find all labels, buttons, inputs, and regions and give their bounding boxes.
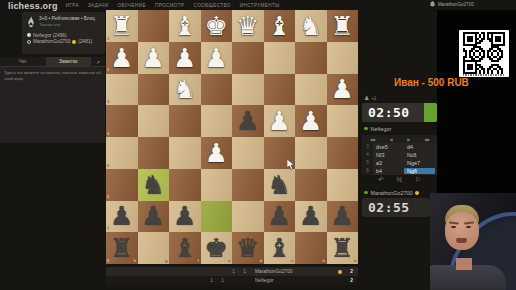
square-b8[interactable]: b bbox=[295, 232, 327, 264]
piece-black-pawn[interactable]: ♟ bbox=[142, 203, 165, 229]
material-row: ♟ +1 bbox=[362, 94, 437, 102]
square-f4[interactable] bbox=[169, 105, 201, 137]
square-a5[interactable] bbox=[327, 137, 359, 169]
coord-file: f bbox=[198, 259, 199, 263]
square-a7[interactable]: ♟ bbox=[327, 201, 359, 233]
square-e2[interactable]: ♟ bbox=[201, 42, 233, 74]
tab-chat[interactable]: Чат bbox=[0, 57, 46, 66]
piece-black-pawn[interactable]: ♟ bbox=[110, 203, 133, 229]
crosstable-player-name[interactable]: MarathonGo2700 bbox=[250, 269, 338, 274]
move-white[interactable]: dxe5 bbox=[373, 144, 404, 150]
square-f7[interactable]: ♟ bbox=[169, 201, 201, 233]
move-black[interactable]: Ng6 bbox=[404, 168, 435, 174]
move-white[interactable]: b4 bbox=[373, 168, 404, 174]
square-h7[interactable]: ♟7 bbox=[106, 201, 138, 233]
piece-black-knight[interactable]: ♞ bbox=[142, 172, 165, 198]
square-h3[interactable]: 3 bbox=[106, 74, 138, 106]
square-c3[interactable] bbox=[264, 74, 296, 106]
black-player-rating: (2481) bbox=[78, 39, 92, 44]
piece-white-knight[interactable]: ♞ bbox=[173, 76, 196, 102]
square-b1[interactable]: ♞ bbox=[295, 10, 327, 42]
square-g2[interactable]: ♟ bbox=[138, 42, 170, 74]
menu-item-обучение[interactable]: ОБУЧЕНИЕ bbox=[118, 3, 146, 8]
coord-file: d bbox=[259, 259, 262, 263]
lichess-page: lichess.org ИГРАЗАДАЧИОБУЧЕНИЕПРОСМОТРСО… bbox=[0, 0, 516, 290]
square-b3[interactable] bbox=[295, 74, 327, 106]
piece-black-pawn[interactable]: ♟ bbox=[236, 108, 259, 134]
move-black[interactable]: Nc6 bbox=[404, 152, 435, 158]
coord-file: g bbox=[165, 259, 168, 263]
square-g5[interactable] bbox=[138, 137, 170, 169]
crosstable-row[interactable]: 11MarathonGo27002 bbox=[106, 267, 358, 276]
square-h4[interactable]: 4 bbox=[106, 105, 138, 137]
game-result[interactable]: 1 bbox=[206, 278, 217, 283]
black-clock: 02:55 bbox=[362, 198, 430, 217]
square-a2[interactable] bbox=[327, 42, 359, 74]
bottom-player-name[interactable]: MarathonGo2700 bbox=[371, 190, 413, 196]
square-b4[interactable]: ♟ bbox=[295, 105, 327, 137]
tab-notes[interactable]: Заметки bbox=[46, 57, 92, 66]
square-a6[interactable] bbox=[327, 169, 359, 201]
move-nav-prev[interactable]: ◀ bbox=[390, 137, 392, 142]
coord-rank: 3 bbox=[107, 100, 109, 104]
coord-rank: 4 bbox=[107, 132, 109, 136]
piece-white-pawn[interactable]: ♟ bbox=[299, 108, 322, 134]
takeback-button[interactable]: ↶ bbox=[378, 177, 383, 184]
bottom-player-row: MarathonGo2700 bbox=[362, 188, 437, 197]
move-black[interactable]: Nge7 bbox=[404, 160, 435, 166]
notes-input[interactable]: Здесь вы можете оставлять личные заметки… bbox=[0, 67, 105, 85]
move-row: 3dxe5d4 bbox=[362, 143, 437, 151]
piece-white-knight[interactable]: ♞ bbox=[299, 13, 322, 39]
square-f6[interactable] bbox=[169, 169, 201, 201]
move-nav-first[interactable]: ◀◀ bbox=[370, 137, 374, 142]
webcam bbox=[430, 193, 516, 290]
active-clock-indicator bbox=[424, 103, 437, 122]
piece-white-pawn[interactable]: ♟ bbox=[205, 45, 228, 71]
square-e1[interactable]: ♚ bbox=[201, 10, 233, 42]
square-a4[interactable] bbox=[327, 105, 359, 137]
move-nav-last[interactable]: ▶▶ bbox=[425, 137, 429, 142]
square-b2[interactable] bbox=[295, 42, 327, 74]
menu-item-сообщество[interactable]: СООБЩЕСТВО bbox=[194, 3, 231, 8]
piece-white-pawn[interactable]: ♟ bbox=[205, 140, 228, 166]
topbar-right: MarathonGo2700 bbox=[430, 1, 474, 7]
coord-file: b bbox=[322, 259, 325, 263]
move-number: 6 bbox=[362, 167, 373, 175]
mouse-cursor bbox=[287, 159, 295, 170]
piece-white-pawn[interactable]: ♟ bbox=[268, 108, 291, 134]
square-g8[interactable]: g bbox=[138, 232, 170, 264]
move-nav-next[interactable]: ▶ bbox=[407, 137, 409, 142]
piece-black-pawn[interactable]: ♟ bbox=[173, 203, 196, 229]
square-h1[interactable]: ♜1 bbox=[106, 10, 138, 42]
square-f2[interactable]: ♟ bbox=[169, 42, 201, 74]
piece-white-rook[interactable]: ♜ bbox=[110, 13, 133, 39]
move-nav: ◀◀◀▶▶▶ bbox=[362, 135, 437, 143]
square-f3[interactable]: ♞ bbox=[169, 74, 201, 106]
square-h8[interactable]: ♜8h bbox=[106, 232, 138, 264]
square-c1[interactable]: ♝ bbox=[264, 10, 296, 42]
piece-black-queen[interactable]: ♛ bbox=[236, 235, 259, 261]
coord-file: h bbox=[133, 259, 136, 263]
move-black[interactable]: d4 bbox=[404, 144, 435, 150]
game-time-ago: Только что bbox=[39, 22, 95, 27]
crosstable-player-name[interactable]: Neftegor bbox=[250, 278, 338, 283]
action-bar: ↶½⚐ bbox=[362, 175, 437, 186]
donation-text: Иван - 500 RUB bbox=[394, 77, 474, 88]
piece-black-knight[interactable]: ♞ bbox=[268, 172, 291, 198]
square-h2[interactable]: ♟2 bbox=[106, 42, 138, 74]
topbar-username[interactable]: MarathonGo2700 bbox=[438, 2, 474, 7]
streamer-head bbox=[442, 205, 482, 257]
square-g4[interactable] bbox=[138, 105, 170, 137]
piece-black-pawn[interactable]: ♟ bbox=[299, 203, 322, 229]
coord-rank: 2 bbox=[107, 68, 109, 72]
square-e4[interactable] bbox=[201, 105, 233, 137]
move-number: 3 bbox=[362, 143, 373, 151]
main-menu: ИГРАЗАДАЧИОБУЧЕНИЕПРОСМОТРСООБЩЕСТВОИНСТ… bbox=[66, 3, 280, 8]
piece-black-bishop[interactable]: ♝ bbox=[268, 235, 291, 261]
square-c8[interactable]: ♝c bbox=[264, 232, 296, 264]
piece-white-bishop[interactable]: ♝ bbox=[173, 13, 196, 39]
flair-icon bbox=[72, 40, 76, 44]
square-e7[interactable] bbox=[201, 201, 233, 233]
top-player-row: Neftegor bbox=[362, 124, 437, 133]
online-dot-icon bbox=[364, 191, 368, 195]
crosstable: 11MarathonGo2700211Neftegor2 bbox=[106, 267, 358, 285]
top-player-name[interactable]: Neftegor bbox=[371, 126, 392, 132]
piece-white-pawn[interactable]: ♟ bbox=[331, 76, 354, 102]
coord-rank: 6 bbox=[107, 195, 109, 199]
square-g3[interactable] bbox=[138, 74, 170, 106]
qr-code bbox=[459, 30, 509, 77]
black-player-link[interactable]: MarathonGo2700 bbox=[33, 39, 70, 44]
menu-item-игра[interactable]: ИГРА bbox=[66, 3, 79, 8]
move-white[interactable]: a3 bbox=[373, 160, 404, 166]
qr-caption bbox=[463, 74, 505, 77]
score-total: 2 bbox=[350, 269, 358, 274]
square-d8[interactable]: ♛d bbox=[232, 232, 264, 264]
square-a3[interactable]: ♟ bbox=[327, 74, 359, 106]
square-d1[interactable]: ♛ bbox=[232, 10, 264, 42]
square-h6[interactable]: 6 bbox=[106, 169, 138, 201]
lichess-logo[interactable]: lichess.org bbox=[8, 1, 58, 11]
coord-rank: 7 bbox=[107, 227, 109, 231]
square-a8[interactable]: ♜a bbox=[327, 232, 359, 264]
square-e5[interactable]: ♟ bbox=[201, 137, 233, 169]
square-c6[interactable]: ♞ bbox=[264, 169, 296, 201]
square-a1[interactable]: ♜ bbox=[327, 10, 359, 42]
streamer-neck bbox=[456, 258, 472, 270]
game-result[interactable]: 1 bbox=[217, 278, 228, 283]
square-b5[interactable] bbox=[295, 137, 327, 169]
coord-file: a bbox=[354, 259, 356, 263]
piece-white-rook[interactable]: ♜ bbox=[331, 13, 354, 39]
square-g7[interactable]: ♟ bbox=[138, 201, 170, 233]
white-clock: 02:50 bbox=[362, 103, 437, 122]
square-f5[interactable] bbox=[169, 137, 201, 169]
move-number: 4 bbox=[362, 151, 373, 159]
notes-panel: Чат Заметки ↗ Здесь вы можете оставлять … bbox=[0, 57, 105, 143]
move-row: 4Nf3Nc6 bbox=[362, 151, 437, 159]
coord-file: c bbox=[291, 259, 293, 263]
square-b6[interactable] bbox=[295, 169, 327, 201]
game-result[interactable]: 1 bbox=[239, 269, 250, 274]
move-white[interactable]: Nf3 bbox=[373, 152, 404, 158]
game-info-card: 3+0 • Рейтинговая • Блиц Только что Neft… bbox=[22, 12, 105, 54]
game-side-panel: ♟ +1 02:50 Neftegor ◀◀◀▶▶▶ 3dxe5d44Nf3Nc… bbox=[362, 94, 437, 217]
piece-white-king[interactable]: ♚ bbox=[205, 13, 228, 39]
blitz-flame-icon bbox=[27, 16, 35, 28]
piece-black-bishop[interactable]: ♝ bbox=[173, 235, 196, 261]
square-c4[interactable]: ♟ bbox=[264, 105, 296, 137]
square-d4[interactable]: ♟ bbox=[232, 105, 264, 137]
menu-item-просмотр[interactable]: ПРОСМОТР bbox=[155, 3, 185, 8]
expand-icon[interactable]: ↗ bbox=[91, 57, 105, 66]
online-dot-icon bbox=[364, 127, 368, 131]
move-row: 5a3Nge7 bbox=[362, 159, 437, 167]
square-d2[interactable] bbox=[232, 42, 264, 74]
piece-white-queen[interactable]: ♛ bbox=[236, 13, 259, 39]
flair-icon bbox=[338, 270, 342, 274]
menu-item-инструменты[interactable]: ИНСТРУМЕНТЫ bbox=[240, 3, 280, 8]
black-color-icon bbox=[27, 40, 31, 44]
piece-white-bishop[interactable]: ♝ bbox=[268, 13, 291, 39]
square-c7[interactable]: ♟ bbox=[264, 201, 296, 233]
captured-pawn-icon: ♟ bbox=[364, 95, 369, 101]
coord-rank: 8 bbox=[107, 259, 109, 263]
game-description: 3+0 • Рейтинговая • Блиц bbox=[39, 16, 95, 21]
game-result[interactable]: 1 bbox=[228, 269, 239, 274]
piece-black-king[interactable]: ♚ bbox=[205, 235, 228, 261]
coord-rank: 5 bbox=[107, 164, 109, 168]
square-b7[interactable]: ♟ bbox=[295, 201, 327, 233]
move-number: 5 bbox=[362, 159, 373, 167]
square-f8[interactable]: ♝f bbox=[169, 232, 201, 264]
white-color-icon bbox=[27, 33, 31, 37]
square-f1[interactable]: ♝ bbox=[169, 10, 201, 42]
piece-white-pawn[interactable]: ♟ bbox=[142, 45, 165, 71]
square-g6[interactable]: ♞ bbox=[138, 169, 170, 201]
piece-white-pawn[interactable]: ♟ bbox=[173, 45, 196, 71]
move-list: 3dxe5d44Nf3Nc65a3Nge76b4Ng6 bbox=[362, 143, 437, 175]
bell-icon[interactable] bbox=[430, 1, 435, 7]
menu-item-задачи[interactable]: ЗАДАЧИ bbox=[88, 3, 109, 8]
coord-file: e bbox=[228, 259, 230, 263]
piece-black-rook[interactable]: ♜ bbox=[331, 235, 354, 261]
square-e6[interactable] bbox=[201, 169, 233, 201]
piece-black-pawn[interactable]: ♟ bbox=[331, 203, 354, 229]
piece-black-rook[interactable]: ♜ bbox=[110, 235, 133, 261]
crosstable-row[interactable]: 11Neftegor2 bbox=[106, 276, 358, 285]
coord-rank: 1 bbox=[107, 37, 109, 41]
white-player-link[interactable]: Neftegor (2496) bbox=[33, 33, 67, 38]
draw-offer-button[interactable]: ½ bbox=[397, 177, 402, 184]
flair-icon bbox=[415, 191, 419, 195]
material-advantage: +1 bbox=[371, 96, 376, 101]
resign-button[interactable]: ⚐ bbox=[415, 177, 421, 184]
square-e3[interactable] bbox=[201, 74, 233, 106]
square-d3[interactable] bbox=[232, 74, 264, 106]
square-d5[interactable] bbox=[232, 137, 264, 169]
square-e8[interactable]: ♚e bbox=[201, 232, 233, 264]
piece-black-pawn[interactable]: ♟ bbox=[268, 203, 291, 229]
square-d6[interactable] bbox=[232, 169, 264, 201]
square-c2[interactable] bbox=[264, 42, 296, 74]
chess-board: ♜1♝♚♛♝♞♜♟2♟♟♟3♞♟4♟♟♟5♟6♞♞♟7♟♟♟♟♟♜8hg♝f♚e… bbox=[106, 10, 358, 264]
square-g1[interactable] bbox=[138, 10, 170, 42]
score-total: 2 bbox=[350, 278, 358, 283]
move-row: 6b4Ng6 bbox=[362, 167, 437, 175]
piece-white-pawn[interactable]: ♟ bbox=[110, 45, 133, 71]
square-d7[interactable] bbox=[232, 201, 264, 233]
square-h5[interactable]: 5 bbox=[106, 137, 138, 169]
